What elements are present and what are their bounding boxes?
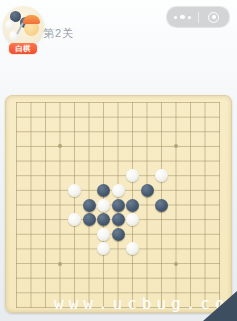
star-point [58,262,62,266]
navy-stone-c6-r6 [97,184,110,197]
navy-stone-c9-r6 [141,184,154,197]
level-label: 第2关 [43,26,74,41]
navy-stone-c6-r8 [97,213,110,226]
cartoon-sword-icon [16,22,24,34]
watermark-corner-triangle [203,291,237,321]
white-stone-c8-r5 [126,169,139,182]
navy-stone-c5-r8 [83,213,96,226]
player-avatar: 白棋 [3,6,44,47]
white-stone-c10-r5 [155,169,168,182]
white-stone-c4-r8 [68,213,81,226]
navy-stone-c8-r7 [126,199,139,212]
white-stone-c6-r9 [97,228,110,241]
circle-in-circle-icon [208,12,219,23]
white-stone-c8-r10 [126,242,139,255]
navy-stone-c10-r7 [155,199,168,212]
white-stone-c4-r6 [68,184,81,197]
white-stone-c7-r6 [112,184,125,197]
avatar-white-stone-icon [5,20,15,30]
gomoku-board[interactable] [5,95,232,313]
more-button[interactable] [167,7,198,27]
mini-program-screen: 白棋 第2关 www.ucbug.co [0,0,237,321]
cartoon-helmet-icon [23,15,40,24]
star-point [174,262,178,266]
navy-stone-c7-r8 [112,213,125,226]
turn-ribbon-label: 白棋 [16,45,31,53]
white-stone-c6-r10 [97,242,110,255]
navy-stone-c7-r9 [112,228,125,241]
white-stone-c8-r8 [126,213,139,226]
board-grid [16,102,220,308]
navy-stone-c5-r7 [83,199,96,212]
turn-ribbon: 白棋 [8,42,38,55]
more-icon [174,15,191,20]
star-point [174,144,178,148]
navy-stone-c7-r7 [112,199,125,212]
exit-button[interactable] [199,7,230,27]
mini-program-capsule [166,6,230,28]
star-point [58,144,62,148]
white-stone-c6-r7 [97,199,110,212]
